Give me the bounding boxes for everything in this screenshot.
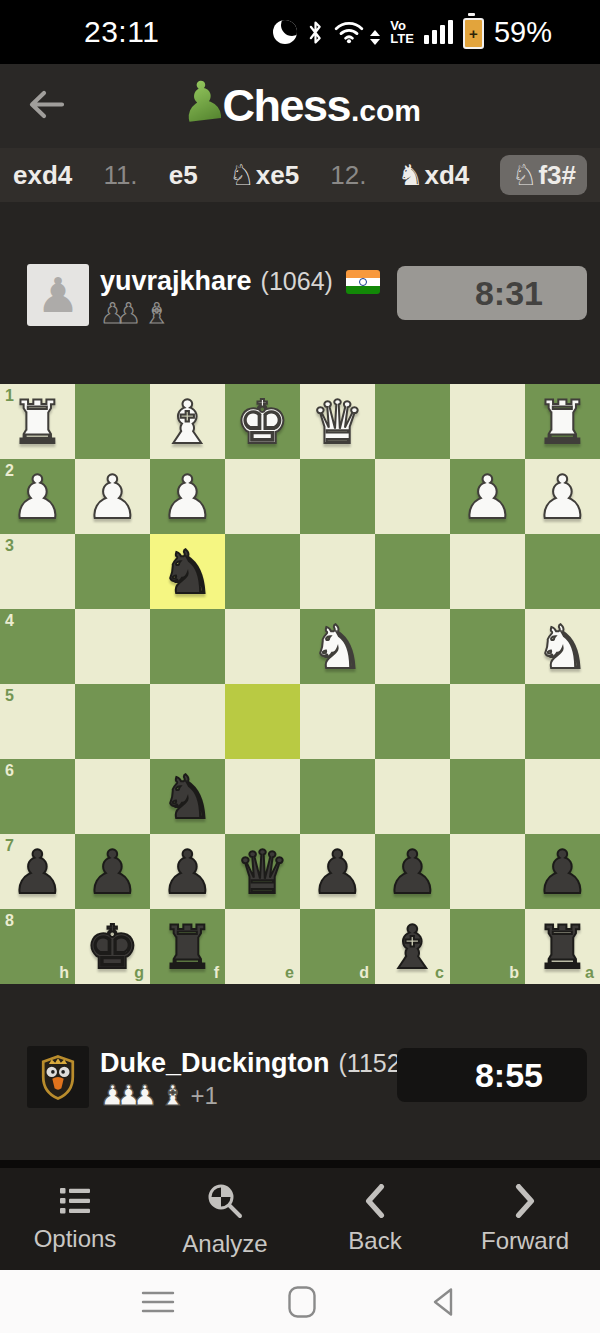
square-d2[interactable] [300, 459, 375, 534]
rank-label-6: 6 [5, 762, 14, 780]
pawn-avatar-icon: ♟ [36, 271, 79, 319]
player-name-top[interactable]: yuvrajkhare [100, 266, 252, 297]
logo-text: Chess [222, 80, 350, 132]
knight-glyph: ♘ [229, 158, 255, 192]
material-score: +1 [190, 1082, 217, 1110]
forward-label: Forward [481, 1227, 569, 1255]
bottom-toolbar: Options Analyze Back Forward [0, 1168, 600, 1270]
rank-label-4: 4 [5, 612, 14, 630]
recents-icon [141, 1290, 175, 1314]
knight-glyph: ♘ [511, 158, 537, 192]
piece-black-pawn-f7: ♟ [161, 842, 215, 902]
square-e2[interactable] [225, 459, 300, 534]
square-a6[interactable] [525, 759, 600, 834]
file-label-b: b [509, 964, 519, 982]
piece-white-bishop-f1: ♝ [161, 392, 215, 452]
square-c8[interactable]: ♝c [375, 909, 450, 984]
player-panel-top: ♟ yuvrajkhare (1064) ♟♟ ♝ 8:31 [0, 202, 600, 384]
player-panel-bottom: Duke_Duckington (1152) ♟♟♟ ♝ +1 8:55 [0, 984, 600, 1160]
square-g5[interactable] [75, 684, 150, 759]
move-forward-button[interactable]: Forward [450, 1168, 600, 1270]
duck-crest-icon [35, 1052, 81, 1102]
square-g3[interactable] [75, 534, 150, 609]
piece-black-pawn-a7: ♟ [536, 842, 590, 902]
signal-strength-icon [424, 20, 453, 44]
captured-bishop: ♝ [144, 300, 172, 328]
analyze-label: Analyze [182, 1230, 267, 1258]
square-e3[interactable] [225, 534, 300, 609]
square-d1[interactable]: ♛ [300, 384, 375, 459]
options-button[interactable]: Options [0, 1168, 150, 1270]
file-label-d: d [359, 964, 369, 982]
square-e4[interactable] [225, 609, 300, 684]
square-g1[interactable] [75, 384, 150, 459]
volte-bottom: LTE [390, 32, 414, 45]
captured-bishop: ♝ [160, 1082, 188, 1110]
nav-home-button[interactable] [287, 1285, 317, 1319]
square-f8[interactable]: ♜f [150, 909, 225, 984]
piece-black-queen-e7: ♛ [236, 842, 290, 902]
square-d7[interactable]: ♟ [300, 834, 375, 909]
captured-pieces-top: ♟♟ ♝ [100, 300, 174, 328]
app-header: ♟ Chess .com [0, 64, 600, 148]
square-h8[interactable]: 8h [0, 909, 75, 984]
move-e5[interactable]: e5 [169, 160, 198, 191]
piece-black-rook-f8: ♜ [161, 917, 215, 977]
square-f3[interactable]: ♞ [150, 534, 225, 609]
square-b2[interactable]: ♟ [450, 459, 525, 534]
square-a3[interactable] [525, 534, 600, 609]
square-b8[interactable]: b [450, 909, 525, 984]
android-nav-bar [0, 1270, 600, 1333]
square-g6[interactable] [75, 759, 150, 834]
square-h1[interactable]: ♜1 [0, 384, 75, 459]
square-c4[interactable] [375, 609, 450, 684]
square-h6[interactable]: 6 [0, 759, 75, 834]
file-label-g: g [134, 964, 144, 982]
logo-suffix: .com [351, 94, 421, 128]
square-c5[interactable] [375, 684, 450, 759]
chevron-right-icon [514, 1184, 536, 1218]
piece-white-knight-d4: ♞ [311, 617, 365, 677]
square-e7[interactable]: ♛ [225, 834, 300, 909]
rank-label-8: 8 [5, 912, 14, 930]
square-g8[interactable]: ♚g [75, 909, 150, 984]
square-b3[interactable] [450, 534, 525, 609]
square-c2[interactable] [375, 459, 450, 534]
square-f6[interactable]: ♞ [150, 759, 225, 834]
square-e8[interactable]: e [225, 909, 300, 984]
square-f5[interactable] [150, 684, 225, 759]
piece-white-pawn-a2: ♟ [536, 467, 590, 527]
toolbar-divider [0, 1160, 600, 1168]
file-label-h: h [59, 964, 69, 982]
piece-black-bishop-c8: ♝ [386, 917, 440, 977]
square-h5[interactable]: 5 [0, 684, 75, 759]
battery-icon: + [463, 18, 484, 49]
chevron-left-icon [364, 1184, 386, 1218]
back-label: Back [348, 1227, 401, 1255]
square-b5[interactable] [450, 684, 525, 759]
square-d3[interactable] [300, 534, 375, 609]
move-xe5[interactable]: ♘xe5 [229, 158, 299, 192]
square-g4[interactable] [75, 609, 150, 684]
volte-icon: Vo LTE [390, 19, 414, 45]
move-xd4[interactable]: ♞xd4 [398, 158, 470, 192]
square-d6[interactable] [300, 759, 375, 834]
piece-black-pawn-c7: ♟ [386, 842, 440, 902]
move-f3[interactable]: ♘f3# [500, 155, 587, 195]
piece-black-knight-f3: ♞ [161, 542, 215, 602]
status-time: 23:11 [84, 15, 159, 49]
india-flag-icon [346, 270, 380, 294]
square-b6[interactable] [450, 759, 525, 834]
rank-label-5: 5 [5, 687, 14, 705]
status-icons: Vo LTE + 59% [273, 15, 552, 49]
back-arrow-button[interactable] [20, 83, 72, 130]
avatar-top[interactable]: ♟ [27, 264, 89, 326]
square-g2[interactable]: ♟ [75, 459, 150, 534]
square-f2[interactable]: ♟ [150, 459, 225, 534]
piece-black-king-g8: ♚ [86, 917, 140, 977]
square-a1[interactable]: ♜ [525, 384, 600, 459]
knight-glyph: ♞ [398, 158, 424, 192]
square-b7[interactable] [450, 834, 525, 909]
square-f7[interactable]: ♟ [150, 834, 225, 909]
data-traffic-icon [370, 30, 380, 45]
piece-black-pawn-g7: ♟ [86, 842, 140, 902]
analyze-magnifier-icon [205, 1181, 245, 1221]
move-exd4[interactable]: exd4 [13, 160, 72, 191]
square-h3[interactable]: 3 [0, 534, 75, 609]
back-arrow-icon [26, 89, 66, 121]
logo-pawn-icon: ♟ [176, 72, 231, 131]
square-a2[interactable]: ♟ [525, 459, 600, 534]
clock-bottom: 8:55 [397, 1048, 587, 1102]
move-list: exd411.e5♘xe512.♞xd4♘f3# [0, 148, 600, 202]
analyze-button[interactable]: Analyze [150, 1168, 300, 1270]
square-c1[interactable] [375, 384, 450, 459]
piece-black-knight-f6: ♞ [161, 767, 215, 827]
square-b4[interactable] [450, 609, 525, 684]
piece-white-rook-a1: ♜ [536, 392, 590, 452]
player-name-bottom[interactable]: Duke_Duckington [100, 1048, 330, 1079]
avatar-bottom[interactable] [27, 1046, 89, 1108]
square-e5[interactable] [225, 684, 300, 759]
piece-white-pawn-g2: ♟ [86, 467, 140, 527]
square-a8[interactable]: ♜a [525, 909, 600, 984]
square-d4[interactable]: ♞ [300, 609, 375, 684]
status-bar: 23:11 Vo LTE + 59% [0, 0, 600, 64]
square-c6[interactable] [375, 759, 450, 834]
battery-percent: 59% [494, 16, 552, 49]
move-number: 12. [330, 160, 366, 191]
piece-white-rook-h1: ♜ [11, 392, 65, 452]
back-triangle-icon [429, 1286, 459, 1318]
file-label-f: f [214, 964, 219, 982]
clock-top: 8:31 [397, 266, 587, 320]
nav-back-button[interactable] [429, 1286, 459, 1318]
night-mode-icon [273, 20, 297, 44]
options-label: Options [34, 1225, 117, 1253]
square-e6[interactable] [225, 759, 300, 834]
rank-label-2: 2 [5, 462, 14, 480]
wifi-icon [334, 20, 364, 44]
square-e1[interactable]: ♚ [225, 384, 300, 459]
square-c7[interactable]: ♟ [375, 834, 450, 909]
chesscom-logo: ♟ Chess .com [179, 80, 421, 132]
home-icon [287, 1285, 317, 1319]
captured-pieces-bottom: ♟♟♟ ♝ +1 [100, 1082, 218, 1110]
piece-white-pawn-f2: ♟ [161, 467, 215, 527]
chess-board: ♜1♝♚♛♜♟2♟♟♟♟3♞4♞♞56♞♟7♟♟♛♟♟♟8h♚g♜fed♝cb♜… [0, 384, 600, 984]
file-label-a: a [585, 964, 594, 982]
rank-label-7: 7 [5, 837, 14, 855]
piece-black-pawn-h7: ♟ [11, 842, 65, 902]
rank-label-3: 3 [5, 537, 14, 555]
captured-pawns: ♟♟♟ [100, 1082, 160, 1110]
square-b1[interactable] [450, 384, 525, 459]
options-list-icon [57, 1186, 93, 1216]
file-label-e: e [285, 964, 294, 982]
piece-black-pawn-d7: ♟ [311, 842, 365, 902]
square-a4[interactable]: ♞ [525, 609, 600, 684]
piece-white-pawn-b2: ♟ [461, 467, 515, 527]
piece-white-pawn-h2: ♟ [11, 467, 65, 527]
bluetooth-icon [307, 19, 324, 46]
square-a5[interactable] [525, 684, 600, 759]
square-h7[interactable]: ♟7 [0, 834, 75, 909]
square-g7[interactable]: ♟ [75, 834, 150, 909]
piece-white-knight-a4: ♞ [536, 617, 590, 677]
piece-black-rook-a8: ♜ [536, 917, 590, 977]
rank-label-1: 1 [5, 387, 14, 405]
nav-recents-button[interactable] [141, 1290, 175, 1314]
square-h2[interactable]: ♟2 [0, 459, 75, 534]
square-d5[interactable] [300, 684, 375, 759]
piece-white-king-e1: ♚ [236, 392, 290, 452]
chess-app: 23:11 Vo LTE + 59% [0, 0, 600, 1333]
captured-pawns: ♟♟ [100, 300, 144, 328]
square-h4[interactable]: 4 [0, 609, 75, 684]
move-number: 11. [103, 160, 137, 191]
move-back-button[interactable]: Back [300, 1168, 450, 1270]
file-label-c: c [435, 964, 444, 982]
square-f4[interactable] [150, 609, 225, 684]
square-d8[interactable]: d [300, 909, 375, 984]
square-c3[interactable] [375, 534, 450, 609]
player-rating-top: (1064) [261, 267, 333, 296]
square-a7[interactable]: ♟ [525, 834, 600, 909]
piece-white-queen-d1: ♛ [311, 392, 365, 452]
square-f1[interactable]: ♝ [150, 384, 225, 459]
